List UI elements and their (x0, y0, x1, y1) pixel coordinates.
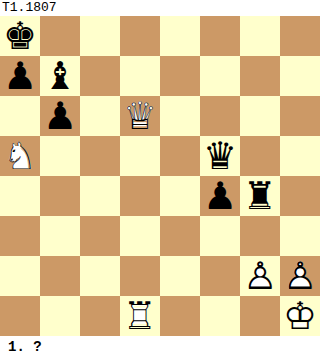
piece-black-pawn-icon: ♟ (0, 56, 40, 96)
square-f3[interactable] (200, 216, 240, 256)
piece-black-pawn-icon: ♟ (40, 96, 80, 136)
problem-id: T1.1807 (0, 0, 320, 16)
square-f7[interactable] (200, 56, 240, 96)
piece-black-queen-icon: ♛ (200, 136, 240, 176)
square-f6[interactable] (200, 96, 240, 136)
square-d3[interactable] (120, 216, 160, 256)
chess-board: ♚♟♝♟♛♕♞♘♛♟♜♟♙♟♙♜♖♚♔ (0, 16, 320, 336)
square-e3[interactable] (160, 216, 200, 256)
square-d4[interactable] (120, 176, 160, 216)
piece-white-queen-icon: ♛♕ (120, 96, 160, 136)
square-e4[interactable] (160, 176, 200, 216)
square-a3[interactable] (0, 216, 40, 256)
square-a7[interactable]: ♟ (0, 56, 40, 96)
square-d6[interactable]: ♛♕ (120, 96, 160, 136)
piece-black-pawn-icon: ♟ (200, 176, 240, 216)
chess-problem-diagram: T1.1807 ♚♟♝♟♛♕♞♘♛♟♜♟♙♟♙♜♖♚♔ 1. ? (0, 0, 320, 360)
square-g8[interactable] (240, 16, 280, 56)
square-a4[interactable] (0, 176, 40, 216)
piece-white-pawn-icon: ♟♙ (280, 256, 320, 296)
square-e7[interactable] (160, 56, 200, 96)
move-prompt: 1. ? (0, 336, 320, 360)
square-h8[interactable] (280, 16, 320, 56)
piece-white-rook-icon: ♜♖ (120, 296, 160, 336)
square-c4[interactable] (80, 176, 120, 216)
piece-black-king-icon: ♚ (0, 16, 40, 56)
square-e2[interactable] (160, 256, 200, 296)
square-g1[interactable] (240, 296, 280, 336)
square-a8[interactable]: ♚ (0, 16, 40, 56)
square-h7[interactable] (280, 56, 320, 96)
piece-white-pawn-icon: ♟♙ (240, 256, 280, 296)
square-h5[interactable] (280, 136, 320, 176)
square-c2[interactable] (80, 256, 120, 296)
square-a6[interactable] (0, 96, 40, 136)
square-d8[interactable] (120, 16, 160, 56)
square-a5[interactable]: ♞♘ (0, 136, 40, 176)
square-g5[interactable] (240, 136, 280, 176)
square-c6[interactable] (80, 96, 120, 136)
square-d1[interactable]: ♜♖ (120, 296, 160, 336)
square-a2[interactable] (0, 256, 40, 296)
square-c1[interactable] (80, 296, 120, 336)
square-f1[interactable] (200, 296, 240, 336)
square-a1[interactable] (0, 296, 40, 336)
square-g3[interactable] (240, 216, 280, 256)
square-e6[interactable] (160, 96, 200, 136)
piece-black-rook-icon: ♜ (240, 176, 280, 216)
square-d2[interactable] (120, 256, 160, 296)
square-f5[interactable]: ♛ (200, 136, 240, 176)
square-b5[interactable] (40, 136, 80, 176)
square-d5[interactable] (120, 136, 160, 176)
square-g6[interactable] (240, 96, 280, 136)
square-f8[interactable] (200, 16, 240, 56)
square-c8[interactable] (80, 16, 120, 56)
square-e8[interactable] (160, 16, 200, 56)
piece-white-knight-icon: ♞♘ (0, 136, 40, 176)
square-e5[interactable] (160, 136, 200, 176)
square-g2[interactable]: ♟♙ (240, 256, 280, 296)
square-h3[interactable] (280, 216, 320, 256)
square-c3[interactable] (80, 216, 120, 256)
piece-black-bishop-icon: ♝ (40, 56, 80, 96)
square-b7[interactable]: ♝ (40, 56, 80, 96)
square-b1[interactable] (40, 296, 80, 336)
square-c7[interactable] (80, 56, 120, 96)
square-h4[interactable] (280, 176, 320, 216)
square-b8[interactable] (40, 16, 80, 56)
square-b3[interactable] (40, 216, 80, 256)
square-h1[interactable]: ♚♔ (280, 296, 320, 336)
square-f2[interactable] (200, 256, 240, 296)
square-h2[interactable]: ♟♙ (280, 256, 320, 296)
square-c5[interactable] (80, 136, 120, 176)
piece-white-king-icon: ♚♔ (280, 296, 320, 336)
square-g4[interactable]: ♜ (240, 176, 280, 216)
square-f4[interactable]: ♟ (200, 176, 240, 216)
square-b6[interactable]: ♟ (40, 96, 80, 136)
square-g7[interactable] (240, 56, 280, 96)
square-e1[interactable] (160, 296, 200, 336)
square-b4[interactable] (40, 176, 80, 216)
square-b2[interactable] (40, 256, 80, 296)
square-d7[interactable] (120, 56, 160, 96)
square-h6[interactable] (280, 96, 320, 136)
